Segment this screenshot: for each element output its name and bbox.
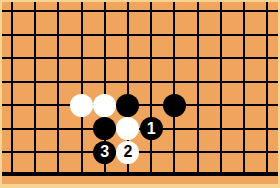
move-3-stone: 3: [93, 141, 116, 164]
white-stone: [70, 94, 93, 117]
white-stone: [116, 117, 139, 140]
black-stone: [93, 117, 116, 140]
white-stone: [93, 94, 116, 117]
black-stone: [116, 94, 139, 117]
board-grid: 132: [0, 0, 278, 187]
go-diagram: 132: [0, 0, 280, 188]
move-1-stone: 1: [140, 117, 163, 140]
move-2-stone: 2: [116, 141, 139, 164]
black-stone: [163, 94, 186, 117]
